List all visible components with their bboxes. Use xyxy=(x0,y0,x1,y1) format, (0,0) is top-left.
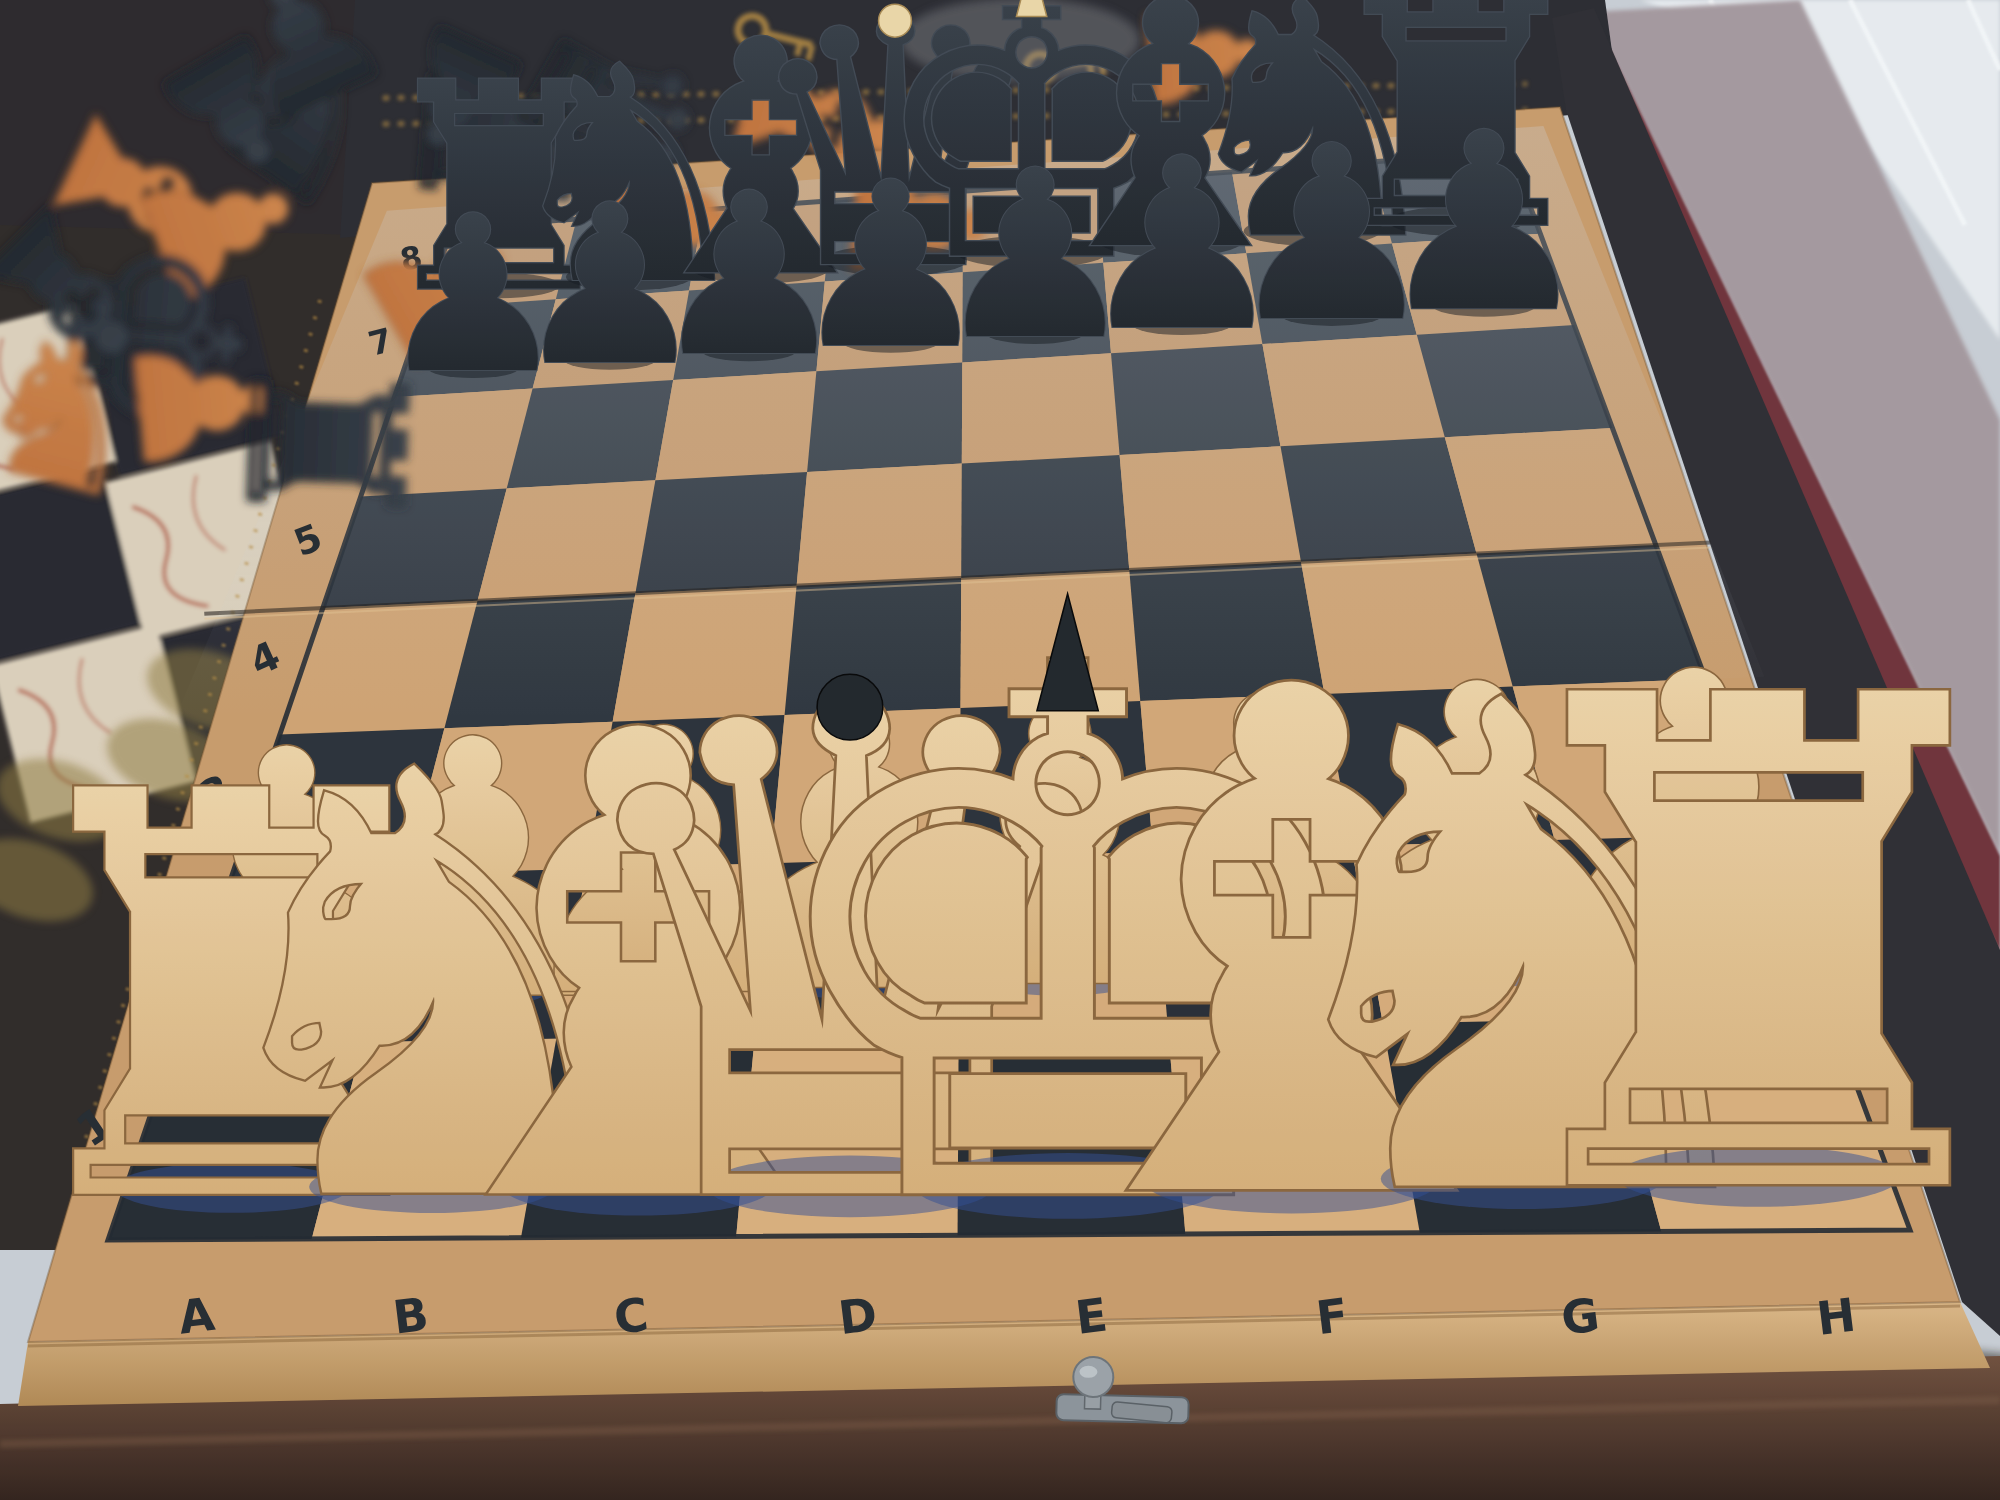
chessboard-photo: ABCDEFGH87654321♝♟♞♟♜♟♚♟♜♞♛♟♝♟♟♟♝♟♜♞♝♛♚♝… xyxy=(0,0,2000,1500)
chess-photo-scene: ABCDEFGH87654321♝♟♞♟♜♟♚♟♜♞♛♟♝♟♟♟♝♟♜♞♝♛♚♝… xyxy=(0,0,2000,1500)
color-cast-overlay xyxy=(0,0,2000,1500)
